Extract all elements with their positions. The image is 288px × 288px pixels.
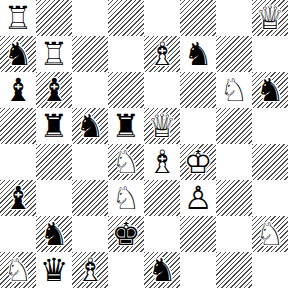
square-b7[interactable]: ♜♖ (36, 36, 72, 72)
white-rook[interactable]: ♖ (36, 36, 72, 72)
square-h4[interactable] (252, 144, 288, 180)
square-d1[interactable] (108, 252, 144, 288)
square-f6[interactable] (180, 72, 216, 108)
square-a7[interactable]: ♞♞ (0, 36, 36, 72)
square-c7[interactable] (72, 36, 108, 72)
square-f3[interactable]: ♟♙ (180, 180, 216, 216)
square-c4[interactable] (72, 144, 108, 180)
white-knight[interactable]: ♘ (216, 72, 252, 108)
white-knight[interactable]: ♘ (0, 252, 36, 288)
black-bishop[interactable]: ♝ (0, 180, 36, 216)
white-bishop[interactable]: ♗ (144, 36, 180, 72)
square-b8[interactable] (36, 0, 72, 36)
white-bishop[interactable]: ♗ (144, 144, 180, 180)
square-h3[interactable] (252, 180, 288, 216)
white-rook[interactable]: ♖ (0, 0, 36, 36)
black-rook[interactable]: ♜ (108, 108, 144, 144)
square-e3[interactable] (144, 180, 180, 216)
square-c6[interactable] (72, 72, 108, 108)
square-h1[interactable] (252, 252, 288, 288)
white-pawn[interactable]: ♙ (180, 180, 216, 216)
square-d6[interactable] (108, 72, 144, 108)
black-knight[interactable]: ♞ (144, 252, 180, 288)
square-a5[interactable] (0, 108, 36, 144)
square-h7[interactable] (252, 36, 288, 72)
square-g2[interactable] (216, 216, 252, 252)
square-e4[interactable]: ♝♗ (144, 144, 180, 180)
square-f1[interactable] (180, 252, 216, 288)
square-f8[interactable] (180, 0, 216, 36)
square-h2[interactable]: ♞♘ (252, 216, 288, 252)
square-d7[interactable] (108, 36, 144, 72)
square-g6[interactable]: ♞♘ (216, 72, 252, 108)
black-bishop[interactable]: ♝ (0, 72, 36, 108)
square-h8[interactable]: ♛♕ (252, 0, 288, 36)
square-f2[interactable] (180, 216, 216, 252)
black-knight[interactable]: ♞ (36, 216, 72, 252)
square-c3[interactable] (72, 180, 108, 216)
square-f7[interactable]: ♞♞ (180, 36, 216, 72)
square-b5[interactable]: ♜♜ (36, 108, 72, 144)
square-b6[interactable]: ♝♝ (36, 72, 72, 108)
square-b4[interactable] (36, 144, 72, 180)
black-rook[interactable]: ♜ (36, 108, 72, 144)
white-queen[interactable]: ♕ (252, 0, 288, 36)
square-b2[interactable]: ♞♞ (36, 216, 72, 252)
square-e1[interactable]: ♞♞ (144, 252, 180, 288)
square-c2[interactable] (72, 216, 108, 252)
black-knight[interactable]: ♞ (72, 108, 108, 144)
square-g8[interactable] (216, 0, 252, 36)
white-knight[interactable]: ♘ (252, 216, 288, 252)
square-e8[interactable] (144, 0, 180, 36)
square-e7[interactable]: ♝♗ (144, 36, 180, 72)
square-e6[interactable] (144, 72, 180, 108)
square-a3[interactable]: ♝♝ (0, 180, 36, 216)
white-king[interactable]: ♔ (180, 144, 216, 180)
chess-board: ♜♖♛♕♞♞♜♖♝♗♞♞♝♝♝♝♞♘♞♞♜♜♞♞♜♜♛♕♞♘♝♗♚♔♝♝♞♘♟♙… (0, 0, 288, 288)
square-g5[interactable] (216, 108, 252, 144)
square-c5[interactable]: ♞♞ (72, 108, 108, 144)
square-a1[interactable]: ♞♘ (0, 252, 36, 288)
square-g3[interactable] (216, 180, 252, 216)
square-e2[interactable] (144, 216, 180, 252)
black-king[interactable]: ♚ (108, 216, 144, 252)
square-d2[interactable]: ♚♚ (108, 216, 144, 252)
square-d3[interactable]: ♞♘ (108, 180, 144, 216)
square-a2[interactable] (0, 216, 36, 252)
white-bishop[interactable]: ♗ (72, 252, 108, 288)
square-d8[interactable] (108, 0, 144, 36)
square-c1[interactable]: ♝♗ (72, 252, 108, 288)
square-a8[interactable]: ♜♖ (0, 0, 36, 36)
black-knight[interactable]: ♞ (180, 36, 216, 72)
white-knight[interactable]: ♘ (108, 144, 144, 180)
square-a4[interactable] (0, 144, 36, 180)
white-queen[interactable]: ♕ (144, 108, 180, 144)
square-d5[interactable]: ♜♜ (108, 108, 144, 144)
square-b1[interactable]: ♛♛ (36, 252, 72, 288)
white-knight[interactable]: ♘ (108, 180, 144, 216)
square-g1[interactable] (216, 252, 252, 288)
square-g7[interactable] (216, 36, 252, 72)
square-c8[interactable] (72, 0, 108, 36)
black-knight[interactable]: ♞ (0, 36, 36, 72)
square-h6[interactable]: ♞♞ (252, 72, 288, 108)
black-bishop[interactable]: ♝ (36, 72, 72, 108)
square-b3[interactable] (36, 180, 72, 216)
square-g4[interactable] (216, 144, 252, 180)
square-h5[interactable] (252, 108, 288, 144)
square-e5[interactable]: ♛♕ (144, 108, 180, 144)
square-f5[interactable] (180, 108, 216, 144)
square-d4[interactable]: ♞♘ (108, 144, 144, 180)
black-knight[interactable]: ♞ (252, 72, 288, 108)
black-queen[interactable]: ♛ (36, 252, 72, 288)
square-f4[interactable]: ♚♔ (180, 144, 216, 180)
square-a6[interactable]: ♝♝ (0, 72, 36, 108)
